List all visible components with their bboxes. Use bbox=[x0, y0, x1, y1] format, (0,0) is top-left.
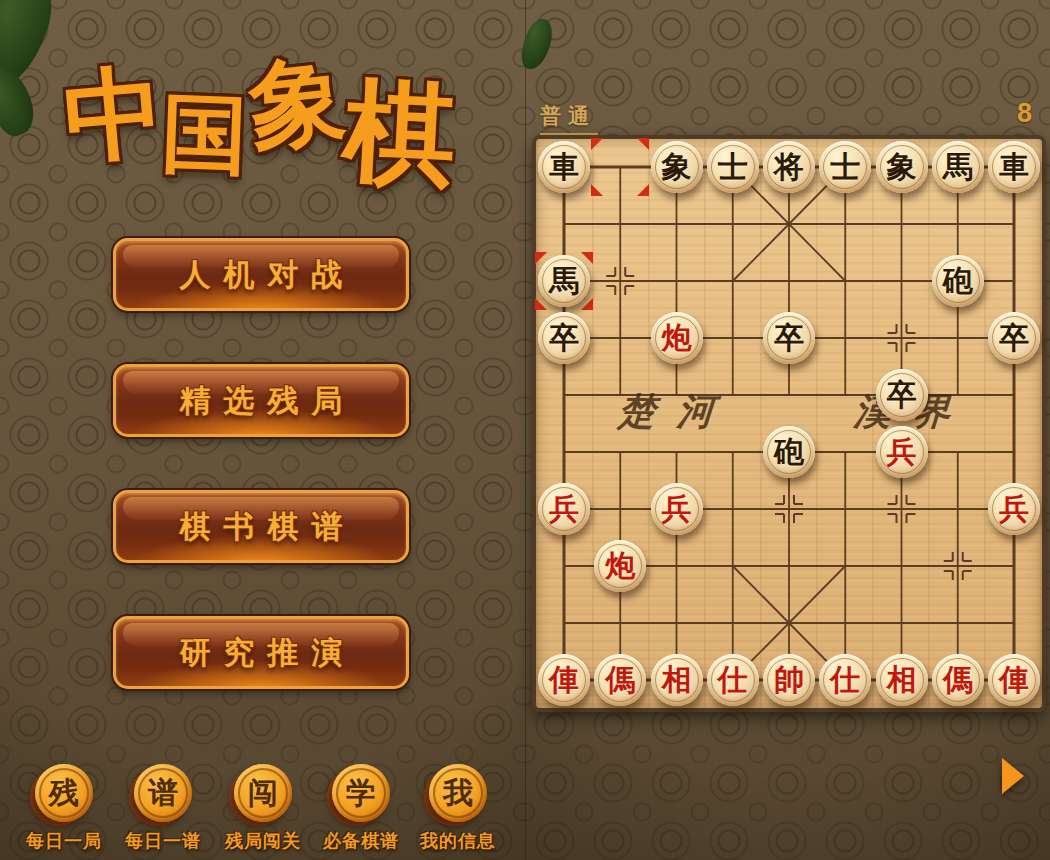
piece-red-兵[interactable]: 兵 bbox=[651, 483, 703, 535]
piece-red-俥[interactable]: 俥 bbox=[988, 654, 1040, 706]
piece-black-象[interactable]: 象 bbox=[651, 141, 703, 193]
daily-game-icon: 残 bbox=[35, 764, 93, 822]
leaf-decoration-icon bbox=[0, 61, 43, 141]
piece-red-傌[interactable]: 傌 bbox=[594, 654, 646, 706]
app-window: 中 国 象 棋 人机对战 精选残局 棋书棋谱 研究推演 残 每日一局 谱 每日一… bbox=[0, 0, 1050, 860]
shortcut-endgame-challenge[interactable]: 闯 残局闯关 bbox=[213, 764, 313, 853]
shortcut-label: 残局闯关 bbox=[225, 829, 301, 853]
menu-button-label: 研究推演 bbox=[167, 632, 356, 674]
piece-black-卒[interactable]: 卒 bbox=[763, 312, 815, 364]
logo-char: 国 bbox=[160, 91, 249, 180]
piece-black-士[interactable]: 士 bbox=[707, 141, 759, 193]
coin-glyph: 谱 bbox=[148, 773, 178, 814]
piece-red-俥[interactable]: 俥 bbox=[538, 654, 590, 706]
coin-glyph: 学 bbox=[346, 773, 376, 814]
piece-red-兵[interactable]: 兵 bbox=[876, 426, 928, 478]
piece-black-砲[interactable]: 砲 bbox=[763, 426, 815, 478]
coin-glyph: 我 bbox=[443, 773, 473, 814]
shortcut-label: 每日一谱 bbox=[125, 829, 201, 853]
piece-red-仕[interactable]: 仕 bbox=[707, 654, 759, 706]
piece-black-将[interactable]: 将 bbox=[763, 141, 815, 193]
shortcut-daily-game[interactable]: 残 每日一局 bbox=[14, 764, 114, 853]
menu-button-chess-books[interactable]: 棋书棋谱 bbox=[113, 490, 409, 563]
piece-black-卒[interactable]: 卒 bbox=[538, 312, 590, 364]
shortcut-essential-manuals[interactable]: 学 必备棋谱 bbox=[311, 764, 411, 853]
piece-black-砲[interactable]: 砲 bbox=[932, 255, 984, 307]
piece-black-馬[interactable]: 馬 bbox=[932, 141, 984, 193]
piece-red-相[interactable]: 相 bbox=[651, 654, 703, 706]
piece-red-傌[interactable]: 傌 bbox=[932, 654, 984, 706]
piece-black-車[interactable]: 車 bbox=[538, 141, 590, 193]
piece-red-帥[interactable]: 帥 bbox=[763, 654, 815, 706]
menu-button-selected-endgames[interactable]: 精选残局 bbox=[113, 364, 409, 437]
piece-black-士[interactable]: 士 bbox=[819, 141, 871, 193]
shortcut-label: 每日一局 bbox=[26, 829, 102, 853]
my-info-icon: 我 bbox=[429, 764, 487, 822]
shortcut-label: 必备棋谱 bbox=[323, 829, 399, 853]
leaf-decoration-icon bbox=[0, 0, 61, 101]
app-logo: 中 国 象 棋 bbox=[45, 52, 475, 217]
piece-black-卒[interactable]: 卒 bbox=[988, 312, 1040, 364]
difficulty-label: 普通 bbox=[540, 102, 598, 135]
logo-char: 棋 bbox=[341, 75, 459, 193]
shortcut-label: 我的信息 bbox=[420, 829, 496, 853]
piece-black-象[interactable]: 象 bbox=[876, 141, 928, 193]
piece-red-炮[interactable]: 炮 bbox=[651, 312, 703, 364]
shortcut-daily-manual[interactable]: 谱 每日一谱 bbox=[113, 764, 213, 853]
menu-button-label: 人机对战 bbox=[167, 254, 356, 296]
piece-red-炮[interactable]: 炮 bbox=[594, 540, 646, 592]
piece-red-兵[interactable]: 兵 bbox=[538, 483, 590, 535]
piece-black-馬[interactable]: 馬 bbox=[538, 255, 590, 307]
piece-red-仕[interactable]: 仕 bbox=[819, 654, 871, 706]
menu-button-research-replay[interactable]: 研究推演 bbox=[113, 616, 409, 689]
home-screen-panel: 中 国 象 棋 人机对战 精选残局 棋书棋谱 研究推演 残 每日一局 谱 每日一… bbox=[0, 0, 525, 860]
essential-manuals-icon: 学 bbox=[332, 764, 390, 822]
game-screen-panel: 中 国 象 棋 普通 8 楚河 漢界 車象士将士象馬車馬砲卒炮卒卒卒砲兵兵兵兵炮… bbox=[525, 0, 1050, 860]
logo-char: 象 bbox=[245, 51, 351, 157]
play-arrow-button[interactable] bbox=[1002, 758, 1024, 794]
coin-glyph: 残 bbox=[49, 773, 79, 814]
piece-black-車[interactable]: 車 bbox=[988, 141, 1040, 193]
xiangqi-board[interactable]: 楚河 漢界 車象士将士象馬車馬砲卒炮卒卒卒砲兵兵兵兵炮俥傌相仕帥仕相傌俥 bbox=[532, 135, 1046, 712]
board-grid bbox=[536, 139, 1042, 708]
piece-red-相[interactable]: 相 bbox=[876, 654, 928, 706]
shortcut-my-info[interactable]: 我 我的信息 bbox=[408, 764, 508, 853]
piece-black-卒[interactable]: 卒 bbox=[876, 369, 928, 421]
logo-char: 中 bbox=[60, 62, 168, 170]
menu-button-human-vs-ai[interactable]: 人机对战 bbox=[113, 238, 409, 311]
endgame-challenge-icon: 闯 bbox=[234, 764, 292, 822]
coin-glyph: 闯 bbox=[248, 773, 278, 814]
daily-manual-icon: 谱 bbox=[134, 764, 192, 822]
menu-button-label: 精选残局 bbox=[167, 380, 356, 422]
menu-button-label: 棋书棋谱 bbox=[167, 506, 356, 548]
move-counter: 8 bbox=[1004, 98, 1032, 129]
piece-red-兵[interactable]: 兵 bbox=[988, 483, 1040, 535]
